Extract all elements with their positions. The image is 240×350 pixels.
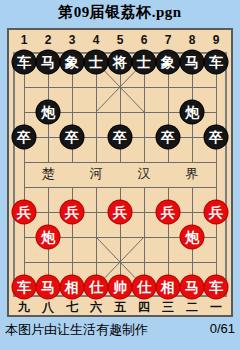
file-label: 8	[180, 33, 204, 47]
file-label: 四	[132, 300, 156, 314]
piece-black-cannon[interactable]: 炮	[181, 101, 204, 124]
file-label: 六	[84, 300, 108, 314]
river-char: 汉	[138, 165, 151, 183]
piece-red-elephant[interactable]: 相	[61, 276, 84, 299]
river-char: 河	[90, 165, 103, 183]
file-label: 7	[156, 33, 180, 47]
piece-black-cannon[interactable]: 炮	[37, 101, 60, 124]
piece-black-soldier[interactable]: 卒	[157, 126, 180, 149]
file-label: 2	[36, 33, 60, 47]
piece-red-advisor[interactable]: 仕	[133, 276, 156, 299]
piece-black-soldier[interactable]: 卒	[61, 126, 84, 149]
app-window: 第09届银荔杯.pgn	[0, 0, 240, 350]
piece-red-soldier[interactable]: 兵	[13, 201, 36, 224]
river-char: 楚	[42, 165, 55, 183]
piece-black-advisor[interactable]: 士	[133, 51, 156, 74]
file-numbers-bottom: 九八七六五四三二一	[12, 300, 228, 314]
status-bar: 本图片由让生活有趣制作 0/61	[0, 321, 240, 339]
file-label: 6	[132, 33, 156, 47]
file-label: 一	[204, 300, 228, 314]
piece-red-general[interactable]: 帅	[109, 276, 132, 299]
piece-red-horse[interactable]: 马	[181, 276, 204, 299]
file-label: 八	[36, 300, 60, 314]
piece-red-cannon[interactable]: 炮	[37, 226, 60, 249]
file-label: 5	[108, 33, 132, 47]
piece-red-soldier[interactable]: 兵	[157, 201, 180, 224]
piece-black-horse[interactable]: 马	[181, 51, 204, 74]
piece-black-horse[interactable]: 马	[37, 51, 60, 74]
file-label: 九	[12, 300, 36, 314]
piece-red-elephant[interactable]: 相	[157, 276, 180, 299]
file-label: 1	[12, 33, 36, 47]
file-numbers-top: 123456789	[12, 33, 228, 47]
piece-black-soldier[interactable]: 卒	[205, 126, 228, 149]
piece-red-chariot[interactable]: 车	[205, 276, 228, 299]
river-char: 界	[186, 165, 199, 183]
piece-red-advisor[interactable]: 仕	[85, 276, 108, 299]
piece-red-soldier[interactable]: 兵	[205, 201, 228, 224]
piece-red-chariot[interactable]: 车	[13, 276, 36, 299]
file-label: 二	[180, 300, 204, 314]
file-label: 3	[60, 33, 84, 47]
piece-red-soldier[interactable]: 兵	[61, 201, 84, 224]
file-label: 4	[84, 33, 108, 47]
piece-red-soldier[interactable]: 兵	[109, 201, 132, 224]
file-label: 9	[204, 33, 228, 47]
move-counter: 0/61	[210, 321, 235, 339]
piece-black-general[interactable]: 将	[109, 51, 132, 74]
piece-black-chariot[interactable]: 车	[205, 51, 228, 74]
file-label: 三	[156, 300, 180, 314]
river-label: 楚河汉界	[24, 163, 216, 185]
piece-black-advisor[interactable]: 士	[85, 51, 108, 74]
piece-red-horse[interactable]: 马	[37, 276, 60, 299]
file-label: 七	[60, 300, 84, 314]
page-title: 第09届银荔杯.pgn	[0, 3, 240, 22]
piece-black-soldier[interactable]: 卒	[13, 126, 36, 149]
piece-black-chariot[interactable]: 车	[13, 51, 36, 74]
piece-red-cannon[interactable]: 炮	[181, 226, 204, 249]
piece-black-elephant[interactable]: 象	[157, 51, 180, 74]
file-label: 五	[108, 300, 132, 314]
credit-text: 本图片由让生活有趣制作	[5, 321, 148, 339]
piece-black-elephant[interactable]: 象	[61, 51, 84, 74]
piece-black-soldier[interactable]: 卒	[109, 126, 132, 149]
